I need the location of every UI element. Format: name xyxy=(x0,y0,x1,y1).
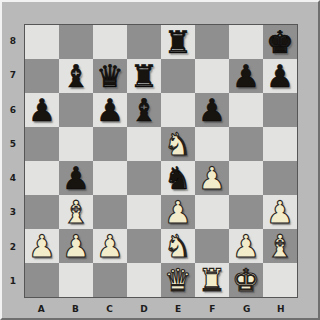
file-label-h: H xyxy=(264,299,298,319)
square-d1[interactable] xyxy=(127,263,161,297)
square-h2[interactable]: ♝ xyxy=(263,229,297,263)
piece-black-king-h8[interactable]: ♚ xyxy=(263,25,297,59)
square-e3[interactable]: ♟ xyxy=(161,195,195,229)
square-a4[interactable] xyxy=(25,161,59,195)
square-g2[interactable]: ♟ xyxy=(229,229,263,263)
square-f4[interactable]: ♟ xyxy=(195,161,229,195)
file-label-e: E xyxy=(161,299,195,319)
square-b2[interactable]: ♟ xyxy=(59,229,93,263)
rank-label-3: 3 xyxy=(2,195,24,229)
piece-black-rook-d7[interactable]: ♜ xyxy=(127,59,161,93)
square-a5[interactable] xyxy=(25,127,59,161)
piece-white-knight-e2[interactable]: ♞ xyxy=(161,229,195,263)
file-label-f: F xyxy=(195,299,229,319)
square-b8[interactable] xyxy=(59,25,93,59)
square-c4[interactable] xyxy=(93,161,127,195)
file-label-a: A xyxy=(24,299,58,319)
square-f1[interactable]: ♜ xyxy=(195,263,229,297)
square-a6[interactable]: ♟ xyxy=(25,93,59,127)
rank-label-7: 7 xyxy=(2,58,24,92)
file-labels: ABCDEFGH xyxy=(24,299,298,319)
rank-label-2: 2 xyxy=(2,230,24,264)
piece-black-knight-e4[interactable]: ♞ xyxy=(161,161,195,195)
square-d5[interactable] xyxy=(127,127,161,161)
piece-black-rook-e8[interactable]: ♜ xyxy=(161,25,195,59)
square-a7[interactable] xyxy=(25,59,59,93)
piece-white-pawn-e3[interactable]: ♟ xyxy=(161,195,195,229)
piece-black-bishop-d6[interactable]: ♝ xyxy=(127,93,161,127)
square-c3[interactable] xyxy=(93,195,127,229)
piece-black-queen-c7[interactable]: ♛ xyxy=(93,59,127,93)
rank-label-4: 4 xyxy=(2,161,24,195)
square-g5[interactable] xyxy=(229,127,263,161)
rank-label-1: 1 xyxy=(2,264,24,298)
square-f5[interactable] xyxy=(195,127,229,161)
square-d3[interactable] xyxy=(127,195,161,229)
square-c6[interactable]: ♟ xyxy=(93,93,127,127)
square-h5[interactable] xyxy=(263,127,297,161)
chessboard-frame: 87654321 ♜♚♝♛♜♟♟♟♟♝♟♞♟♞♟♝♟♟♟♟♟♞♟♝♛♜♚ ABC… xyxy=(0,0,320,320)
square-f2[interactable] xyxy=(195,229,229,263)
square-h6[interactable] xyxy=(263,93,297,127)
piece-black-pawn-f6[interactable]: ♟ xyxy=(195,93,229,127)
square-g8[interactable] xyxy=(229,25,263,59)
file-label-c: C xyxy=(93,299,127,319)
square-e6[interactable] xyxy=(161,93,195,127)
square-e2[interactable]: ♞ xyxy=(161,229,195,263)
file-label-b: B xyxy=(58,299,92,319)
square-e1[interactable]: ♛ xyxy=(161,263,195,297)
file-label-d: D xyxy=(127,299,161,319)
square-a3[interactable] xyxy=(25,195,59,229)
square-a2[interactable]: ♟ xyxy=(25,229,59,263)
square-a8[interactable] xyxy=(25,25,59,59)
piece-white-pawn-g2[interactable]: ♟ xyxy=(229,229,263,263)
piece-white-knight-e5[interactable]: ♞ xyxy=(161,127,195,161)
square-d7[interactable]: ♜ xyxy=(127,59,161,93)
board: ♜♚♝♛♜♟♟♟♟♝♟♞♟♞♟♝♟♟♟♟♟♞♟♝♛♜♚ xyxy=(24,24,298,298)
piece-white-pawn-f4[interactable]: ♟ xyxy=(195,161,229,195)
square-f8[interactable] xyxy=(195,25,229,59)
square-c2[interactable]: ♟ xyxy=(93,229,127,263)
square-d2[interactable] xyxy=(127,229,161,263)
square-h4[interactable] xyxy=(263,161,297,195)
piece-black-bishop-b7[interactable]: ♝ xyxy=(59,59,93,93)
square-b3[interactable]: ♝ xyxy=(59,195,93,229)
square-f3[interactable] xyxy=(195,195,229,229)
square-d4[interactable] xyxy=(127,161,161,195)
square-h3[interactable]: ♟ xyxy=(263,195,297,229)
square-b7[interactable]: ♝ xyxy=(59,59,93,93)
rank-labels: 87654321 xyxy=(2,24,24,298)
square-c1[interactable] xyxy=(93,263,127,297)
square-e8[interactable]: ♜ xyxy=(161,25,195,59)
square-f6[interactable]: ♟ xyxy=(195,93,229,127)
square-f7[interactable] xyxy=(195,59,229,93)
piece-black-pawn-c6[interactable]: ♟ xyxy=(93,93,127,127)
square-b1[interactable] xyxy=(59,263,93,297)
rank-label-6: 6 xyxy=(2,93,24,127)
square-g1[interactable]: ♚ xyxy=(229,263,263,297)
piece-white-rook-f1[interactable]: ♜ xyxy=(195,263,229,297)
square-c8[interactable] xyxy=(93,25,127,59)
piece-black-pawn-a6[interactable]: ♟ xyxy=(25,93,59,127)
square-c7[interactable]: ♛ xyxy=(93,59,127,93)
square-h7[interactable]: ♟ xyxy=(263,59,297,93)
square-g3[interactable] xyxy=(229,195,263,229)
square-c5[interactable] xyxy=(93,127,127,161)
square-d8[interactable] xyxy=(127,25,161,59)
square-e4[interactable]: ♞ xyxy=(161,161,195,195)
piece-white-pawn-c2[interactable]: ♟ xyxy=(93,229,127,263)
file-label-g: G xyxy=(230,299,264,319)
square-g7[interactable]: ♟ xyxy=(229,59,263,93)
square-e7[interactable] xyxy=(161,59,195,93)
piece-white-pawn-b2[interactable]: ♟ xyxy=(59,229,93,263)
piece-black-pawn-b4[interactable]: ♟ xyxy=(59,161,93,195)
square-g4[interactable] xyxy=(229,161,263,195)
rank-label-5: 5 xyxy=(2,127,24,161)
piece-black-pawn-g7[interactable]: ♟ xyxy=(229,59,263,93)
square-e5[interactable]: ♞ xyxy=(161,127,195,161)
square-h1[interactable] xyxy=(263,263,297,297)
piece-white-bishop-h2[interactable]: ♝ xyxy=(263,229,297,263)
square-g6[interactable] xyxy=(229,93,263,127)
piece-black-pawn-h7[interactable]: ♟ xyxy=(263,59,297,93)
square-b5[interactable] xyxy=(59,127,93,161)
square-b4[interactable]: ♟ xyxy=(59,161,93,195)
square-a1[interactable] xyxy=(25,263,59,297)
piece-white-pawn-a2[interactable]: ♟ xyxy=(25,229,59,263)
piece-white-queen-e1[interactable]: ♛ xyxy=(161,263,195,297)
piece-white-bishop-b3[interactable]: ♝ xyxy=(59,195,93,229)
piece-white-king-g1[interactable]: ♚ xyxy=(229,263,263,297)
square-d6[interactable]: ♝ xyxy=(127,93,161,127)
piece-white-pawn-h3[interactable]: ♟ xyxy=(263,195,297,229)
rank-label-8: 8 xyxy=(2,24,24,58)
square-b6[interactable] xyxy=(59,93,93,127)
square-h8[interactable]: ♚ xyxy=(263,25,297,59)
